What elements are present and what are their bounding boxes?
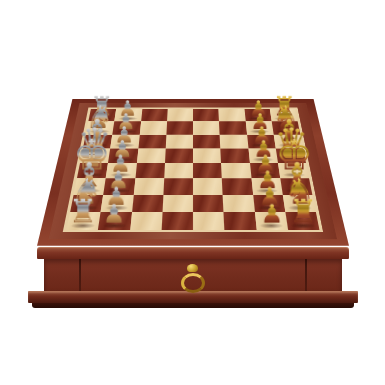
- square[interactable]: [161, 212, 193, 230]
- square[interactable]: [133, 178, 164, 194]
- square[interactable]: [137, 135, 165, 149]
- square[interactable]: [193, 135, 221, 149]
- square[interactable]: [131, 195, 163, 212]
- chess-board: ♜♟♟♜♞♟♟♞♝♟♟♝♛♟♟♛♚♟♟♚♝♟♟♝♞♟♟♞♜♟♟♜: [66, 109, 319, 230]
- box-top-edge-molding: [37, 247, 349, 259]
- square[interactable]: ♟: [254, 212, 287, 230]
- square[interactable]: [129, 212, 162, 230]
- square[interactable]: [193, 148, 221, 163]
- square[interactable]: [219, 135, 247, 149]
- square[interactable]: [165, 135, 193, 149]
- square[interactable]: [223, 212, 256, 230]
- square[interactable]: [163, 178, 193, 194]
- box-foot: [32, 303, 354, 308]
- square[interactable]: [193, 212, 225, 230]
- drawer-handle[interactable]: [181, 264, 205, 293]
- square[interactable]: [166, 121, 193, 134]
- square[interactable]: ♟: [98, 212, 131, 230]
- square[interactable]: ♜: [66, 212, 100, 230]
- square[interactable]: [219, 121, 246, 134]
- square[interactable]: [193, 109, 219, 122]
- square[interactable]: [222, 178, 253, 194]
- square[interactable]: ♜: [285, 212, 319, 230]
- square[interactable]: [164, 148, 192, 163]
- chess-box: [17, 247, 369, 308]
- black-pawn[interactable]: ♟: [260, 203, 283, 227]
- square[interactable]: [166, 109, 192, 122]
- board-top-rim: ♜♟♟♜♞♟♟♞♝♟♟♝♛♟♟♛♚♟♟♚♝♟♟♝♞♟♟♞♜♟♟♜: [37, 99, 349, 246]
- chess-set-photo: ♜♟♟♜♞♟♟♞♝♟♟♝♛♟♟♛♚♟♟♚♝♟♟♝♞♟♟♞♜♟♟♜: [0, 0, 385, 385]
- handle-ring-icon: [181, 273, 205, 293]
- square[interactable]: [140, 109, 167, 122]
- square[interactable]: [136, 148, 165, 163]
- square[interactable]: [218, 109, 245, 122]
- drawer-seam-left: [79, 259, 81, 291]
- square[interactable]: [220, 148, 249, 163]
- handle-knob-icon: [187, 264, 198, 272]
- white-rook[interactable]: ♜: [68, 197, 97, 227]
- square[interactable]: [193, 178, 223, 194]
- square[interactable]: [222, 195, 254, 212]
- drawer-seam-right: [305, 259, 307, 291]
- white-pawn[interactable]: ♟: [102, 203, 125, 227]
- square[interactable]: [193, 121, 220, 134]
- black-rook[interactable]: ♜: [288, 197, 317, 227]
- square[interactable]: [139, 121, 166, 134]
- square[interactable]: [162, 195, 193, 212]
- square[interactable]: [193, 195, 224, 212]
- drawer-front: [44, 259, 342, 291]
